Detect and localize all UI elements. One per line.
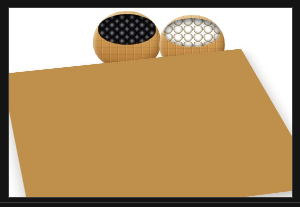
photo-frame: ●●●●●●●●●●●●●●●●●●●●●●●●●● <box>0 0 300 207</box>
stone-black: ● <box>129 93 146 103</box>
stone-white: ● <box>193 114 211 125</box>
stone-white: ● <box>206 113 225 123</box>
stone-black: ● <box>137 113 155 124</box>
grid-line <box>19 85 253 111</box>
grid-line <box>34 149 290 181</box>
stone-white: ● <box>158 96 176 106</box>
grid-line <box>32 142 285 173</box>
star-point <box>207 75 210 77</box>
stone-black: ● <box>123 154 142 166</box>
stone-black: ● <box>97 118 115 129</box>
grid-line <box>29 127 277 157</box>
photo-backdrop: ●●●●●●●●●●●●●●●●●●●●●●●●●● <box>9 8 292 197</box>
grid-line <box>27 119 272 148</box>
star-point <box>227 116 231 118</box>
star-point <box>131 84 134 86</box>
star-point <box>78 183 82 185</box>
stone-black: ● <box>142 91 159 101</box>
stone-white: ● <box>116 94 133 104</box>
grid-line <box>88 69 134 197</box>
star-point <box>250 161 254 163</box>
stone-white: ● <box>124 115 142 126</box>
grid-line <box>211 56 280 185</box>
grid-line <box>187 59 252 189</box>
stone-white: ● <box>143 128 161 139</box>
grid-line <box>16 72 245 97</box>
grid-line <box>113 67 164 197</box>
grid-line <box>125 65 178 197</box>
grid-line <box>101 68 149 197</box>
star-point <box>147 125 151 127</box>
grid-line <box>39 174 292 197</box>
grid-line <box>175 60 237 191</box>
grid-line <box>37 75 73 197</box>
grid-line <box>223 55 292 184</box>
frame-accent-line <box>0 202 300 203</box>
stone-black: ● <box>140 120 158 131</box>
star-point <box>54 92 57 94</box>
grid-line <box>50 73 88 197</box>
grid-line <box>18 79 250 105</box>
grid-line <box>25 112 268 141</box>
stone-black: ● <box>121 108 139 118</box>
stone-black: ● <box>174 102 192 112</box>
stone-white: ● <box>148 105 166 115</box>
grid-line <box>21 92 257 119</box>
grid-line <box>30 134 280 165</box>
stone-black: ● <box>190 107 208 117</box>
grid-line <box>199 58 266 188</box>
star-point <box>65 134 68 136</box>
grid-line <box>63 72 104 197</box>
stone-black: ● <box>106 102 123 112</box>
grid-line <box>138 64 193 197</box>
grid-line <box>235 54 292 182</box>
stone-white: ● <box>126 122 144 133</box>
stone-black: ● <box>164 110 182 120</box>
stone-white: ● <box>150 112 168 122</box>
grid-line <box>15 66 242 91</box>
go-board: ●●●●●●●●●●●●●●●●●●●●●●●●●● <box>9 49 292 197</box>
white-stones-pile <box>164 18 221 47</box>
grid-line <box>22 98 260 126</box>
grid-line <box>41 182 292 197</box>
stone-black: ● <box>115 131 133 142</box>
grid-line <box>75 71 118 197</box>
star-point <box>165 172 169 174</box>
grid-line <box>150 63 208 195</box>
stone-white: ● <box>132 137 150 148</box>
stone-black: ● <box>99 125 117 136</box>
grid-line <box>38 165 292 197</box>
grid-line <box>24 105 265 133</box>
board-grid: ●●●●●●●●●●●●●●●●●●●●●●●●●● <box>12 54 292 197</box>
black-stones-pile <box>98 14 157 44</box>
grid-line <box>12 77 43 197</box>
stone-black: ● <box>113 123 131 134</box>
grid-line <box>36 157 292 190</box>
stone-black: ● <box>134 106 152 116</box>
grid-line <box>25 76 58 197</box>
stone-white: ● <box>129 129 147 140</box>
grid-line <box>162 62 222 194</box>
grid-line <box>13 60 238 84</box>
